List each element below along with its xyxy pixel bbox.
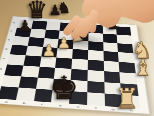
black-king-c2[interactable]: ♚ — [50, 72, 79, 104]
white-pawn-c5[interactable]: ♟ — [42, 43, 56, 59]
white-bishop-held[interactable]: ♝ — [66, 23, 87, 46]
chess-photo-scene: abcdefgh 87654321 ♟♛♟♞♞♚♟♟♝♞♝♜ — [0, 0, 154, 116]
black-knight-g7[interactable]: ♞ — [105, 17, 118, 32]
white-bishop-h4[interactable]: ♝ — [133, 57, 153, 79]
white-rook-g1[interactable]: ♜ — [115, 85, 139, 112]
black-queen-c8[interactable]: ♛ — [26, 0, 48, 22]
black-knight-f8[interactable]: ♞ — [57, 1, 70, 16]
pieces-layer: ♟♛♟♞♞♚♟♟♝♞♝♜ — [0, 0, 154, 116]
